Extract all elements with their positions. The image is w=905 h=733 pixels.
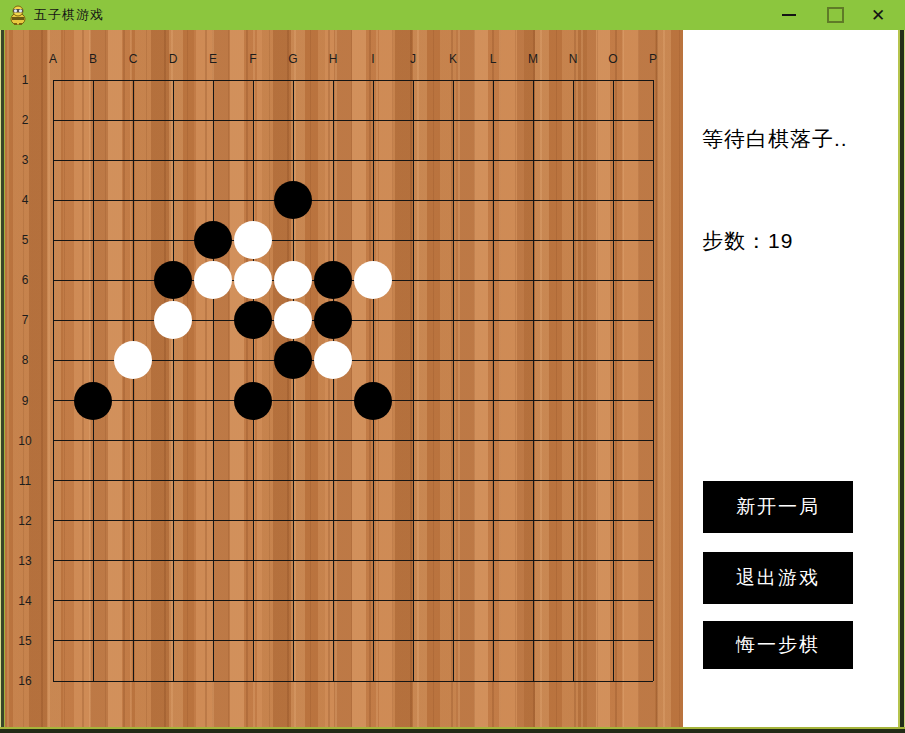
row-label-13: 13: [18, 554, 31, 568]
row-label-16: 16: [18, 674, 31, 688]
exit-game-button[interactable]: 退出游戏: [703, 552, 853, 604]
move-counter: 步数：19: [702, 227, 793, 255]
column-label-E: E: [209, 52, 217, 66]
window-border-left: [0, 30, 5, 733]
row-label-7: 7: [22, 313, 29, 327]
column-label-P: P: [649, 52, 657, 66]
window-border-right: [898, 30, 905, 733]
close-button[interactable]: ✕: [863, 0, 893, 30]
row-label-4: 4: [22, 193, 29, 207]
row-label-2: 2: [22, 113, 29, 127]
column-label-J: J: [410, 52, 416, 66]
column-label-G: G: [288, 52, 297, 66]
stone-white-F5: [234, 221, 272, 259]
row-label-15: 15: [18, 634, 31, 648]
row-label-1: 1: [22, 73, 29, 87]
board[interactable]: ABCDEFGHIJKLMNOP12345678910111213141516: [0, 30, 683, 733]
status-text: 等待白棋落子..: [702, 125, 848, 153]
window-title: 五子棋游戏: [34, 0, 104, 30]
window-border-bottom: [0, 727, 905, 733]
maximize-icon: [827, 7, 844, 23]
board-grid: [0, 30, 683, 733]
new-game-button[interactable]: 新开一局: [703, 481, 853, 533]
minimize-button[interactable]: [774, 0, 804, 30]
column-label-D: D: [169, 52, 178, 66]
column-label-M: M: [528, 52, 538, 66]
column-label-K: K: [449, 52, 457, 66]
column-label-H: H: [329, 52, 338, 66]
app-icon: [9, 5, 27, 25]
row-label-12: 12: [18, 514, 31, 528]
row-label-5: 5: [22, 233, 29, 247]
column-label-C: C: [129, 52, 138, 66]
stone-black-B9: [74, 382, 112, 420]
row-label-11: 11: [19, 474, 31, 488]
row-label-14: 14: [18, 594, 31, 608]
undo-move-button[interactable]: 悔一步棋: [703, 621, 853, 669]
titlebar: 五子棋游戏 ✕: [0, 0, 905, 30]
column-label-O: O: [608, 52, 617, 66]
row-label-6: 6: [22, 273, 29, 287]
row-label-8: 8: [22, 353, 29, 367]
column-label-L: L: [490, 52, 497, 66]
column-label-B: B: [89, 52, 97, 66]
maximize-button[interactable]: [820, 0, 850, 30]
column-label-N: N: [569, 52, 578, 66]
stone-black-E5: [194, 221, 232, 259]
column-label-A: A: [49, 52, 57, 66]
stone-black-F9: [234, 382, 272, 420]
column-label-I: I: [371, 52, 374, 66]
minimize-icon: [782, 14, 796, 16]
stone-black-G4: [274, 181, 312, 219]
column-label-F: F: [249, 52, 256, 66]
gomoku-app-window: 五子棋游戏 ✕ ABCDEFGHIJKLMNOP1234567891011121…: [0, 0, 905, 733]
row-label-3: 3: [22, 153, 29, 167]
row-label-10: 10: [18, 434, 31, 448]
stone-black-I9: [354, 382, 392, 420]
row-label-9: 9: [22, 394, 29, 408]
side-panel: 等待白棋落子.. 步数：19 新开一局 退出游戏 悔一步棋: [683, 30, 905, 733]
